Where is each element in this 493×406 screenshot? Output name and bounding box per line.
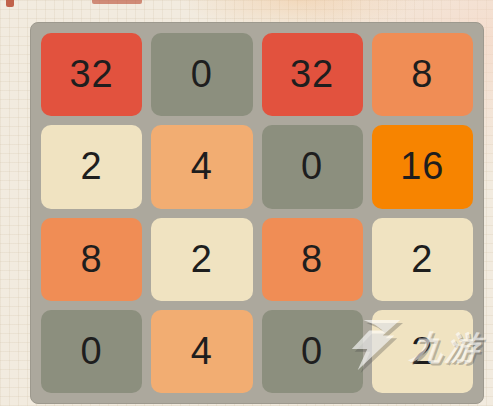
tile-r3c1: 8: [41, 218, 142, 301]
tile-r2c3: 0: [262, 125, 363, 208]
tile-r3c2: 2: [151, 218, 252, 301]
tile-r2c4: 16: [372, 125, 473, 208]
top-edge-decoration-mid: [92, 0, 142, 4]
tile-r2c2: 4: [151, 125, 252, 208]
top-edge-decoration-left: [6, 0, 14, 7]
tile-r2c1: 2: [41, 125, 142, 208]
tile-r4c4: 2: [372, 310, 473, 393]
tile-r4c2: 4: [151, 310, 252, 393]
tile-r1c3: 32: [262, 33, 363, 116]
tile-r4c1: 0: [41, 310, 142, 393]
tile-r3c4: 2: [372, 218, 473, 301]
tile-r1c1: 32: [41, 33, 142, 116]
tile-r1c2: 0: [151, 33, 252, 116]
game-board-2048[interactable]: 3203282401682820402: [30, 22, 484, 404]
tile-r4c3: 0: [262, 310, 363, 393]
tile-r1c4: 8: [372, 33, 473, 116]
tile-r3c3: 8: [262, 218, 363, 301]
